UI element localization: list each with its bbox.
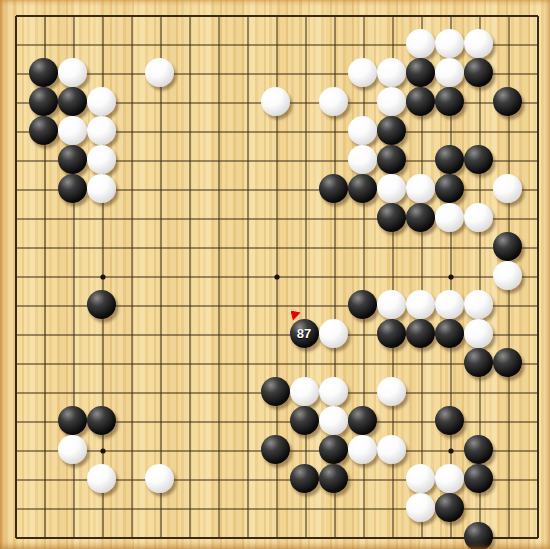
black-stone[interactable] [464,348,493,377]
white-stone[interactable] [435,290,464,319]
stones-grid[interactable]: 87 [2,2,550,549]
white-stone[interactable] [319,87,348,116]
black-stone[interactable] [261,435,290,464]
black-stone[interactable] [377,319,406,348]
black-stone[interactable] [435,406,464,435]
black-stone[interactable] [406,319,435,348]
black-stone[interactable] [29,58,58,87]
black-stone[interactable] [261,377,290,406]
black-stone[interactable] [58,174,87,203]
black-stone[interactable] [435,319,464,348]
black-stone[interactable] [87,406,116,435]
white-stone[interactable] [348,435,377,464]
white-stone[interactable] [377,377,406,406]
black-stone[interactable] [435,87,464,116]
black-stone[interactable] [406,58,435,87]
white-stone[interactable] [348,58,377,87]
black-stone[interactable] [464,145,493,174]
white-stone[interactable] [464,319,493,348]
black-stone[interactable] [377,145,406,174]
black-stone[interactable] [58,406,87,435]
white-stone[interactable] [319,406,348,435]
black-stone[interactable] [435,493,464,522]
white-stone[interactable] [58,435,87,464]
white-stone[interactable] [406,29,435,58]
black-stone[interactable] [319,174,348,203]
white-stone[interactable] [406,290,435,319]
white-stone[interactable] [87,116,116,145]
white-stone[interactable] [348,145,377,174]
black-stone[interactable] [58,87,87,116]
black-stone[interactable] [319,464,348,493]
white-stone[interactable] [435,29,464,58]
black-stone[interactable] [464,58,493,87]
move-number-label: 87 [290,319,319,348]
white-stone[interactable] [87,174,116,203]
black-stone[interactable] [29,116,58,145]
black-stone[interactable] [493,348,522,377]
white-stone[interactable] [87,464,116,493]
white-stone[interactable] [145,464,174,493]
black-stone[interactable] [348,406,377,435]
black-stone[interactable] [348,290,377,319]
white-stone[interactable] [464,203,493,232]
white-stone[interactable] [435,58,464,87]
black-stone[interactable] [319,435,348,464]
white-stone[interactable] [319,377,348,406]
white-stone[interactable] [58,58,87,87]
white-stone[interactable] [406,493,435,522]
white-stone[interactable] [145,58,174,87]
white-stone[interactable] [290,377,319,406]
white-stone[interactable] [435,203,464,232]
black-stone[interactable] [464,522,493,549]
white-stone[interactable] [406,464,435,493]
white-stone[interactable] [435,464,464,493]
white-stone[interactable] [377,87,406,116]
black-stone[interactable] [377,116,406,145]
black-stone[interactable] [348,174,377,203]
black-stone[interactable] [87,290,116,319]
black-stone[interactable] [464,435,493,464]
black-stone[interactable] [493,87,522,116]
black-stone[interactable] [406,87,435,116]
white-stone[interactable] [261,87,290,116]
white-stone[interactable] [493,261,522,290]
white-stone[interactable] [377,290,406,319]
black-stone[interactable] [406,203,435,232]
white-stone[interactable] [406,174,435,203]
white-stone[interactable] [493,174,522,203]
white-stone[interactable] [87,145,116,174]
white-stone[interactable] [377,174,406,203]
black-stone[interactable] [493,232,522,261]
white-stone[interactable] [464,29,493,58]
black-stone[interactable] [290,464,319,493]
white-stone[interactable] [319,319,348,348]
white-stone[interactable] [377,58,406,87]
black-stone[interactable] [377,203,406,232]
white-stone[interactable] [464,290,493,319]
white-stone[interactable] [348,116,377,145]
black-stone[interactable] [29,87,58,116]
black-stone[interactable] [290,406,319,435]
black-stone[interactable] [58,145,87,174]
black-stone[interactable]: 87 [290,319,319,348]
black-stone[interactable] [464,464,493,493]
black-stone[interactable] [435,174,464,203]
black-stone[interactable] [435,145,464,174]
go-board[interactable]: 87 [0,0,550,549]
white-stone[interactable] [87,87,116,116]
white-stone[interactable] [377,435,406,464]
white-stone[interactable] [58,116,87,145]
